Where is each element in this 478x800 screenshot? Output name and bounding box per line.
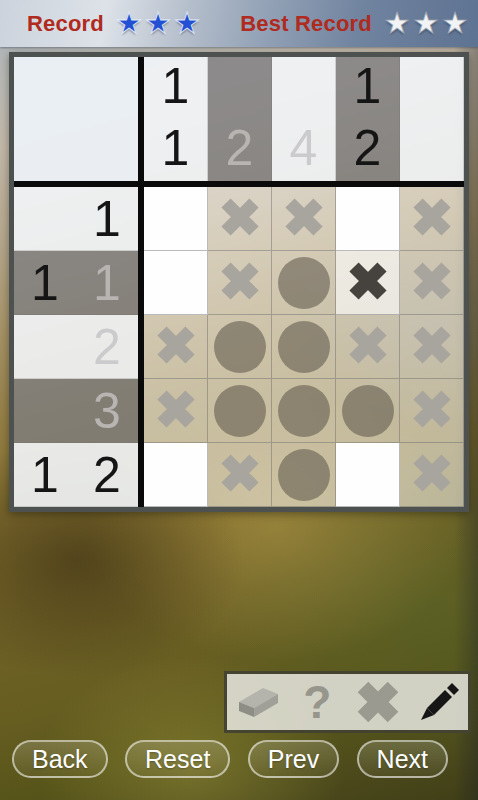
clue-number: 1: [76, 254, 138, 312]
cell-r1c5[interactable]: [400, 187, 464, 251]
filled-circle: [278, 449, 330, 501]
prev-button[interactable]: Prev: [248, 740, 339, 778]
x-mark-icon: [413, 326, 451, 368]
clue-number: 1: [336, 57, 399, 119]
x-mark-icon: [413, 262, 451, 304]
filled-circle: [214, 385, 266, 437]
record-label: Record: [27, 11, 104, 37]
reset-button[interactable]: Reset: [125, 740, 230, 778]
filled-circle: [342, 385, 394, 437]
x-mark-icon: [349, 326, 387, 368]
x-mark-icon: [413, 454, 451, 496]
clue-number: 1: [144, 119, 207, 181]
question-tool-button[interactable]: ?: [291, 676, 343, 728]
navigation-bar: Back Reset Prev Next: [0, 740, 478, 778]
cell-r3c1[interactable]: [144, 315, 208, 379]
cell-r5c3[interactable]: [272, 443, 336, 507]
tool-palette: ?: [224, 671, 471, 733]
best-record-label: Best Record: [240, 11, 372, 37]
row-clue-5: 12: [14, 443, 138, 507]
star-icon: ★: [174, 9, 200, 38]
cell-r4c2[interactable]: [208, 379, 272, 443]
cell-r5c4[interactable]: [336, 443, 400, 507]
x-mark-icon: [221, 262, 259, 304]
cell-r5c1[interactable]: [144, 443, 208, 507]
cell-r2c5[interactable]: [400, 251, 464, 315]
col-clue-2: 2: [208, 57, 272, 181]
cell-r2c3[interactable]: [272, 251, 336, 315]
pencil-icon: [415, 679, 461, 725]
cell-r3c2[interactable]: [208, 315, 272, 379]
record-stars: ★★★: [116, 9, 200, 38]
star-icon: ★: [442, 9, 468, 38]
cell-r4c4[interactable]: [336, 379, 400, 443]
question-mark-icon: ?: [303, 679, 331, 725]
row-clue-3: 2: [14, 315, 138, 379]
clue-number: 1: [144, 57, 207, 119]
col-clue-5: [400, 57, 464, 181]
next-button[interactable]: Next: [357, 740, 448, 778]
cell-r2c4[interactable]: [336, 251, 400, 315]
x-mark-icon: [221, 454, 259, 496]
col-clue-1: 11: [144, 57, 208, 181]
x-mark-icon: [413, 198, 451, 240]
cell-r1c2[interactable]: [208, 187, 272, 251]
cell-r1c1[interactable]: [144, 187, 208, 251]
star-icon: ★: [145, 9, 171, 38]
x-mark-icon: [221, 198, 259, 240]
record-group: Record ★★★: [27, 9, 200, 38]
filled-circle: [278, 321, 330, 373]
cell-r3c4[interactable]: [336, 315, 400, 379]
clue-number: 1: [14, 446, 76, 504]
cell-r2c1[interactable]: [144, 251, 208, 315]
row-clue-4: 3: [14, 379, 138, 443]
x-mark-icon: [285, 198, 323, 240]
cell-r4c1[interactable]: [144, 379, 208, 443]
clue-number: 2: [76, 446, 138, 504]
eraser-tool-button[interactable]: [231, 676, 283, 728]
clue-number: 2: [76, 318, 138, 376]
row-clue-1: 1: [14, 187, 138, 251]
cell-r3c3[interactable]: [272, 315, 336, 379]
filled-circle: [278, 385, 330, 437]
pencil-tool-button[interactable]: [412, 676, 464, 728]
star-icon: ★: [413, 9, 439, 38]
clue-number: 1: [14, 254, 76, 312]
cell-r5c5[interactable]: [400, 443, 464, 507]
filled-circle: [214, 321, 266, 373]
x-mark-icon: [413, 390, 451, 432]
star-icon: ★: [116, 9, 142, 38]
cross-icon: [355, 679, 401, 725]
cell-r2c2[interactable]: [208, 251, 272, 315]
clue-number: 3: [76, 382, 138, 440]
x-mark-dark-icon: [349, 262, 387, 304]
filled-circle: [278, 257, 330, 309]
cell-r1c4[interactable]: [336, 187, 400, 251]
cell-r3c5[interactable]: [400, 315, 464, 379]
cell-r4c3[interactable]: [272, 379, 336, 443]
cell-r5c2[interactable]: [208, 443, 272, 507]
row-clue-2: 11: [14, 251, 138, 315]
cell-r4c5[interactable]: [400, 379, 464, 443]
cross-tool-button[interactable]: [352, 676, 404, 728]
status-bar: Record ★★★ Best Record ★★★: [0, 0, 478, 47]
best-record-group: Best Record ★★★: [240, 9, 468, 38]
x-mark-icon: [157, 390, 195, 432]
clue-number: 2: [208, 119, 271, 181]
col-clue-3: 4: [272, 57, 336, 181]
nonogram-board: 1124121112312: [9, 52, 469, 512]
col-clue-4: 12: [336, 57, 400, 181]
corner-cell: [14, 57, 138, 181]
back-button[interactable]: Back: [12, 740, 108, 778]
eraser-icon: [233, 683, 281, 721]
star-icon: ★: [384, 9, 410, 38]
clue-number: 2: [336, 119, 399, 181]
best-record-stars: ★★★: [384, 9, 468, 38]
clue-number: 4: [272, 119, 335, 181]
clue-number: 1: [76, 190, 138, 248]
cell-r1c3[interactable]: [272, 187, 336, 251]
x-mark-icon: [157, 326, 195, 368]
